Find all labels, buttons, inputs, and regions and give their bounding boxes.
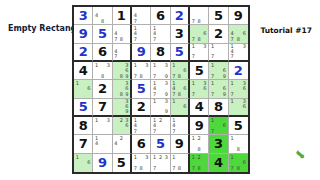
pencil-marks-r7c6: 147 (171, 118, 187, 134)
cell-r1c4[interactable]: 47 (132, 7, 151, 25)
candidate-7: 7 (133, 128, 139, 133)
candidate-6: 6 (124, 123, 129, 128)
cell-r9c2[interactable]: 9 (93, 154, 112, 172)
cell-r9c3[interactable]: 5 (113, 154, 132, 172)
pencil-marks-r8c7: 128 (191, 136, 208, 152)
pencil-marks-r9c5: 1237 (152, 154, 169, 171)
cell-r4c3[interactable]: 3689 (113, 62, 132, 80)
candidate-1: 1 (229, 81, 235, 86)
cell-r2c4[interactable]: 147 (132, 25, 151, 43)
pencil-marks-r4c2: 138 (94, 63, 111, 79)
candidate-1: 1 (152, 63, 158, 68)
candidate-9: 9 (221, 73, 227, 78)
candidate-8: 8 (196, 166, 202, 172)
pencil-marks-r7c8: 167 (210, 118, 227, 134)
cell-r3c1[interactable]: 2 (74, 44, 93, 62)
cell-r1c7[interactable]: 78 (190, 7, 209, 25)
given-digit-r1c9: 9 (229, 7, 248, 24)
solved-digit-r9c2: 9 (93, 154, 111, 172)
pencil-marks-r8c3: 24 (113, 136, 129, 152)
cell-r7c9[interactable]: 5 (229, 117, 248, 135)
cell-r5c2[interactable]: 2 (93, 80, 112, 98)
candidate-7: 7 (133, 18, 139, 23)
pencil-marks-r2c5: 147 (152, 26, 169, 42)
given-digit-r6c4: 2 (132, 99, 150, 115)
cell-r4c5[interactable]: 1379 (151, 62, 170, 80)
cell-r3c5[interactable]: 8 (151, 44, 170, 62)
candidate-9: 9 (124, 109, 129, 114)
pencil-marks-r4c6: 1678 (171, 63, 187, 79)
candidate-9: 9 (221, 92, 227, 97)
candidate-6: 6 (241, 31, 247, 36)
pencil-marks-r3c3: 47 (113, 44, 129, 59)
candidate-1: 1 (133, 154, 139, 160)
given-digit-r8c4: 6 (132, 135, 150, 152)
candidate-8: 8 (119, 37, 124, 42)
candidate-7: 7 (191, 54, 197, 59)
cell-r2c8[interactable]: 2 (209, 25, 228, 43)
cell-r8c1[interactable]: 7 (74, 135, 93, 153)
candidate-8: 8 (138, 73, 144, 78)
cell-r4c1[interactable]: 4 (74, 62, 93, 80)
pencil-marks-r6c5: 139 (152, 99, 169, 114)
cell-r1c8[interactable]: 5 (209, 7, 228, 25)
candidate-7: 7 (191, 92, 197, 97)
pencil-marks-r5c5: 13479 (152, 81, 169, 97)
solved-digit-r2c2: 5 (93, 25, 111, 42)
candidate-6: 6 (241, 160, 247, 166)
candidate-4: 4 (94, 141, 100, 146)
candidate-4: 4 (113, 141, 118, 146)
cell-r9c1[interactable]: 16 (74, 154, 93, 172)
solved-digit-r1c1: 3 (74, 7, 92, 24)
cell-r7c4[interactable]: 147 (132, 117, 151, 135)
candidate-1: 1 (229, 99, 235, 104)
candidate-3: 3 (241, 44, 247, 49)
candidate-2: 2 (158, 118, 164, 123)
given-digit-r5c2: 2 (93, 80, 111, 97)
tutorial-number-label: Tutorial #17 (260, 26, 312, 35)
cell-r6c7[interactable]: 4 (190, 99, 209, 117)
pencil-marks-r9c6: 178 (171, 154, 187, 171)
cell-r3c6[interactable]: 5 (171, 44, 190, 62)
candidate-6: 6 (182, 86, 187, 91)
candidate-7: 7 (210, 128, 216, 133)
cell-r8c9[interactable]: 18 (229, 135, 248, 153)
candidate-1: 1 (191, 44, 197, 49)
cell-r4c2[interactable]: 138 (93, 62, 112, 80)
candidate-9: 9 (163, 109, 169, 114)
cell-r3c8[interactable]: 17 (209, 44, 228, 62)
candidate-7: 7 (133, 37, 139, 42)
solved-digit-r6c1: 5 (74, 99, 92, 115)
pencil-marks-r4c4: 1378 (133, 63, 150, 79)
cell-r7c8[interactable]: 167 (209, 117, 228, 135)
pencil-marks-r5c8: 1679 (210, 81, 227, 97)
candidate-1: 1 (171, 154, 176, 160)
given-digit-r6c7: 4 (190, 99, 208, 115)
cell-r5c8[interactable]: 1679 (209, 80, 228, 98)
cell-r8c3[interactable]: 24 (113, 135, 132, 153)
cell-r9c7[interactable]: 1278 (190, 154, 209, 172)
cell-r5c6[interactable]: 14678 (171, 80, 190, 98)
cell-r4c7[interactable]: 5 (190, 62, 209, 80)
solved-digit-r5c4: 5 (132, 80, 150, 97)
pencil-marks-r4c3: 3689 (113, 63, 129, 79)
pencil-marks-r4c5: 1379 (152, 63, 169, 79)
pencil-marks-r9c9: 1678 (229, 154, 247, 171)
pencil-marks-r1c2: 48 (94, 8, 111, 24)
given-digit-r1c8: 5 (209, 7, 227, 24)
candidate-7: 7 (210, 73, 216, 78)
candidate-1: 1 (171, 63, 176, 68)
candidate-1: 1 (75, 81, 81, 86)
cell-r8c2[interactable]: 14 (93, 135, 112, 153)
candidate-8: 8 (100, 73, 106, 78)
cell-r2c3[interactable]: 478 (113, 25, 132, 43)
given-digit-r8c1: 7 (74, 135, 92, 152)
cell-r3c9[interactable]: 1347 (229, 44, 248, 62)
candidate-7: 7 (152, 128, 158, 133)
candidate-7: 7 (113, 54, 118, 59)
candidate-8: 8 (235, 147, 241, 152)
candidate-8: 8 (138, 166, 144, 172)
candidate-3: 3 (202, 44, 208, 49)
candidate-1: 1 (94, 63, 100, 68)
candidate-8: 8 (196, 147, 202, 152)
given-digit-r9c3: 5 (113, 154, 130, 172)
cell-r5c5[interactable]: 13479 (151, 80, 170, 98)
candidate-7: 7 (152, 92, 158, 97)
given-digit-r2c8: 2 (209, 25, 227, 42)
candidate-6: 6 (182, 68, 187, 73)
given-digit-r6c2: 7 (93, 99, 111, 115)
cell-r1c2[interactable]: 48 (93, 7, 112, 25)
cell-r2c5[interactable]: 147 (151, 25, 170, 43)
cell-r4c9[interactable]: 2 (229, 62, 248, 80)
cell-r5c4[interactable]: 5 (132, 80, 151, 98)
cell-r7c6[interactable]: 147 (171, 117, 190, 135)
cell-r4c8[interactable]: 1679 (209, 62, 228, 80)
candidate-3: 3 (144, 154, 150, 160)
candidate-1: 1 (133, 63, 139, 68)
candidate-7: 7 (229, 54, 235, 59)
candidate-3: 3 (163, 99, 169, 104)
pencil-marks-r2c4: 147 (133, 26, 150, 42)
candidate-8: 8 (100, 18, 106, 23)
candidate-7: 7 (152, 73, 158, 78)
cell-r9c5[interactable]: 1237 (151, 154, 170, 172)
sudoku-board: 3481476278599547814714736782467826479851… (72, 5, 250, 174)
candidate-6: 6 (182, 104, 187, 109)
solved-digit-r2c1: 9 (74, 25, 92, 42)
pencil-marks-r7c5: 1247 (152, 118, 169, 134)
candidate-7: 7 (171, 128, 176, 133)
pencil-marks-r2c9: 4678 (229, 26, 247, 42)
solved-digit-r3c6: 5 (171, 44, 188, 60)
pencil-marks-r5c3: 3689 (113, 81, 129, 97)
candidate-7: 7 (210, 92, 216, 97)
candidate-3: 3 (105, 118, 111, 123)
cell-r9c9[interactable]: 1678 (229, 154, 248, 172)
cell-r5c7[interactable]: 1367 (190, 80, 209, 98)
cell-r7c2[interactable]: 13 (93, 117, 112, 135)
candidate-3: 3 (163, 81, 169, 86)
candidate-1: 1 (229, 136, 235, 141)
cell-r8c8[interactable]: 3 (209, 135, 228, 153)
cell-r6c8[interactable]: 8 (209, 99, 228, 117)
pencil-marks-r7c3: 236 (113, 118, 129, 134)
given-digit-r9c8: 4 (209, 154, 227, 172)
candidate-3: 3 (144, 63, 150, 68)
candidate-6: 6 (241, 104, 247, 109)
pencil-marks-r8c2: 14 (94, 136, 111, 152)
candidate-1: 1 (191, 81, 197, 86)
cell-r3c2[interactable]: 6 (93, 44, 112, 62)
cell-r2c2[interactable]: 5 (93, 25, 112, 43)
candidate-1: 1 (75, 154, 81, 160)
pencil-marks-r5c1: 16 (75, 81, 92, 97)
pencil-marks-r6c6: 16 (171, 99, 187, 114)
candidate-1: 1 (171, 99, 176, 104)
given-digit-r1c3: 1 (113, 7, 130, 24)
pencil-marks-r5c6: 14678 (171, 81, 187, 97)
candidate-6: 6 (221, 123, 227, 128)
cell-r4c4[interactable]: 1378 (132, 62, 151, 80)
pencil-marks-r4c8: 1679 (210, 63, 227, 79)
candidate-8: 8 (235, 166, 241, 172)
candidate-9: 9 (124, 92, 129, 97)
cell-r1c6[interactable]: 2 (171, 7, 190, 25)
pencil-marks-r9c7: 1278 (191, 154, 208, 171)
cell-r4c6[interactable]: 1678 (171, 62, 190, 80)
cell-r7c1[interactable]: 8 (74, 117, 93, 135)
given-digit-r6c8: 8 (209, 99, 227, 115)
candidate-6: 6 (241, 86, 247, 91)
candidate-6: 6 (202, 86, 208, 91)
cell-r6c4[interactable]: 2 (132, 99, 151, 117)
given-digit-r7c1: 8 (74, 117, 92, 134)
candidate-3: 3 (163, 154, 169, 160)
cell-r8c6[interactable]: 9 (171, 135, 190, 153)
given-digit-r2c6: 3 (171, 25, 188, 42)
candidate-1: 1 (152, 99, 158, 104)
candidate-8: 8 (196, 37, 202, 42)
cell-r8c4[interactable]: 6 (132, 135, 151, 153)
pencil-marks-r5c7: 1367 (191, 81, 208, 97)
cell-r7c7[interactable]: 9 (190, 117, 209, 135)
pencil-marks-r1c4: 47 (133, 8, 150, 24)
pencil-marks-r5c9: 1367 (229, 81, 247, 97)
cell-r2c1[interactable]: 9 (74, 25, 93, 43)
candidate-6: 6 (86, 160, 92, 166)
given-digit-r3c5: 8 (151, 44, 169, 60)
cell-r5c9[interactable]: 1367 (229, 80, 248, 98)
solved-digit-r3c1: 2 (74, 44, 92, 60)
pencil-marks-r7c4: 147 (133, 118, 150, 134)
cell-r6c6[interactable]: 16 (171, 99, 190, 117)
cell-r7c5[interactable]: 1247 (151, 117, 170, 135)
given-digit-r7c7: 9 (190, 117, 208, 134)
cell-r2c7[interactable]: 678 (190, 25, 209, 43)
candidate-1: 1 (229, 154, 235, 160)
cell-r6c5[interactable]: 139 (151, 99, 170, 117)
candidate-9: 9 (124, 73, 129, 78)
cell-r6c3[interactable]: 369 (113, 99, 132, 117)
pencil-marks-r8c9: 18 (229, 136, 247, 152)
cell-r3c3[interactable]: 47 (113, 44, 132, 62)
green-arrow-icon: ➥ (291, 145, 309, 164)
solved-digit-r1c6: 2 (171, 7, 188, 24)
candidate-7: 7 (152, 166, 158, 172)
pencil-marks-r6c3: 369 (113, 99, 129, 114)
candidate-1: 1 (210, 118, 216, 123)
candidate-1: 1 (210, 44, 216, 49)
cell-r1c3[interactable]: 1 (113, 7, 132, 25)
pencil-marks-r9c1: 16 (75, 154, 92, 171)
cell-r1c9[interactable]: 9 (229, 7, 248, 25)
pencil-marks-r2c7: 678 (191, 26, 208, 42)
candidate-3: 3 (163, 63, 169, 68)
candidate-9: 9 (163, 92, 169, 97)
candidate-8: 8 (235, 37, 241, 42)
solved-digit-r8c5: 5 (151, 135, 169, 152)
pencil-marks-r7c2: 13 (94, 118, 111, 134)
pencil-marks-r3c8: 17 (210, 44, 227, 59)
cell-r6c2[interactable]: 7 (93, 99, 112, 117)
candidate-7: 7 (152, 37, 158, 42)
candidate-1: 1 (210, 63, 216, 68)
candidate-2: 2 (119, 136, 124, 141)
solved-digit-r4c9: 2 (229, 62, 248, 79)
cell-r6c9[interactable]: 136 (229, 99, 248, 117)
cell-r7c3[interactable]: 236 (113, 117, 132, 135)
given-digit-r3c2: 6 (93, 44, 111, 60)
candidate-7: 7 (210, 54, 216, 59)
pencil-marks-r1c7: 78 (191, 8, 208, 24)
candidate-8: 8 (177, 92, 182, 97)
pencil-marks-r9c4: 1378 (133, 154, 150, 171)
given-digit-r4c1: 4 (74, 62, 92, 79)
candidate-8: 8 (196, 18, 202, 23)
solved-digit-r3c4: 9 (132, 44, 150, 60)
pencil-marks-r2c3: 478 (113, 26, 129, 42)
pencil-marks-r6c9: 136 (229, 99, 247, 114)
given-digit-r4c7: 5 (190, 62, 208, 79)
cell-r3c7[interactable]: 137 (190, 44, 209, 62)
given-digit-r7c9: 5 (229, 117, 248, 134)
cell-r9c8[interactable]: 4 (209, 154, 228, 172)
given-digit-r8c6: 9 (171, 135, 188, 152)
candidate-1: 1 (94, 118, 100, 123)
given-digit-r1c5: 6 (151, 7, 169, 24)
cell-r5c1[interactable]: 16 (74, 80, 93, 98)
candidate-6: 6 (86, 86, 92, 91)
candidate-6: 6 (202, 31, 208, 36)
candidate-8: 8 (177, 73, 182, 78)
candidate-3: 3 (105, 63, 111, 68)
pencil-marks-r3c9: 1347 (229, 44, 247, 59)
cell-r6c1[interactable]: 5 (74, 99, 93, 117)
candidate-9: 9 (163, 73, 169, 78)
pencil-marks-r3c7: 137 (191, 44, 208, 59)
cell-r8c5[interactable]: 5 (151, 135, 170, 153)
cell-r3c4[interactable]: 9 (132, 44, 151, 62)
candidate-7: 7 (229, 92, 235, 97)
cell-r9c4[interactable]: 1378 (132, 154, 151, 172)
candidate-2: 2 (196, 154, 202, 160)
cell-r1c1[interactable]: 3 (74, 7, 93, 25)
cell-r2c9[interactable]: 4678 (229, 25, 248, 43)
cell-r5c3[interactable]: 3689 (113, 80, 132, 98)
cell-r1c5[interactable]: 6 (151, 7, 170, 25)
given-digit-r8c8: 3 (209, 135, 227, 152)
candidate-8: 8 (177, 166, 182, 172)
candidate-1: 1 (210, 81, 216, 86)
cell-r9c6[interactable]: 178 (171, 154, 190, 172)
cell-r8c7[interactable]: 128 (190, 135, 209, 153)
cell-r2c6[interactable]: 3 (171, 25, 190, 43)
candidate-2: 2 (196, 136, 202, 141)
